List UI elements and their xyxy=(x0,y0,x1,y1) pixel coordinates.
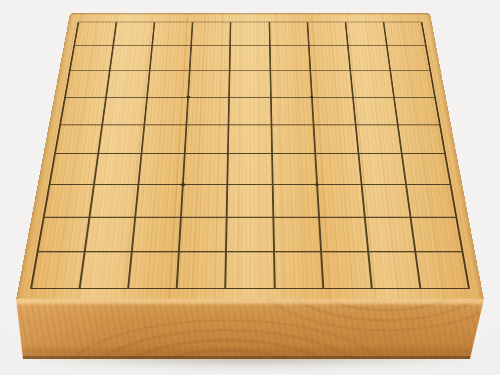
grid-cell xyxy=(102,97,147,125)
grid-cell xyxy=(315,154,361,185)
grid-cell xyxy=(145,97,189,125)
grid-cell xyxy=(317,185,365,218)
grid-cell xyxy=(309,46,351,71)
grid-cell xyxy=(345,22,386,46)
grid-cell xyxy=(226,252,275,289)
grid-cell xyxy=(319,217,368,252)
grid-cell xyxy=(312,97,356,125)
grid-cell xyxy=(228,154,273,185)
grid-cell xyxy=(38,217,90,252)
grid-cell xyxy=(85,217,136,252)
grid-cell xyxy=(230,22,269,46)
grid-cell xyxy=(273,217,321,252)
grid-cell xyxy=(152,22,192,46)
grid-cell xyxy=(147,71,190,97)
grid-cell xyxy=(44,185,94,218)
grid-cell xyxy=(183,154,228,185)
grid-cell xyxy=(398,125,445,154)
grid-cell xyxy=(270,71,312,97)
grid-cell xyxy=(310,71,353,97)
grid-cell xyxy=(390,71,435,97)
grid-cell xyxy=(274,252,323,289)
grid-cell xyxy=(394,97,440,125)
board-top-surface xyxy=(16,13,484,300)
grid-cell xyxy=(269,22,309,46)
grid-cell xyxy=(55,125,102,154)
grid-cell xyxy=(74,22,116,46)
grid-cell xyxy=(387,46,431,71)
grid-cell xyxy=(190,46,231,71)
grid-cell xyxy=(179,217,227,252)
grid-cell xyxy=(272,185,318,218)
grid-cell xyxy=(80,252,132,289)
grid-cell xyxy=(70,46,114,71)
grid-cell xyxy=(60,97,106,125)
grid-cell xyxy=(49,154,98,185)
grid-cell xyxy=(226,217,273,252)
grid-cell xyxy=(272,154,317,185)
grid-cell xyxy=(383,22,425,46)
grid-cell xyxy=(181,185,227,218)
grid-cell xyxy=(350,71,394,97)
star-point xyxy=(186,96,190,98)
grid-cell xyxy=(402,154,451,185)
grid-cell xyxy=(188,71,230,97)
grid-cell xyxy=(353,97,398,125)
grid-cell xyxy=(270,46,311,71)
grid-cell xyxy=(65,71,110,97)
grid-cell xyxy=(150,46,192,71)
grid-cell xyxy=(307,22,347,46)
star-point xyxy=(315,184,319,186)
grid-cell xyxy=(355,125,401,154)
shogi-board xyxy=(0,0,500,375)
grid-cell xyxy=(271,97,314,125)
board-front-face xyxy=(16,299,484,359)
grid-cell xyxy=(142,125,187,154)
grid-cell xyxy=(415,252,469,289)
star-point xyxy=(310,96,314,98)
grid-cell xyxy=(271,125,315,154)
grid-cell xyxy=(229,71,270,97)
grid-cell xyxy=(361,185,410,218)
grid-cell xyxy=(135,185,183,218)
grid-cell xyxy=(228,125,271,154)
grid-cell xyxy=(139,154,185,185)
grid-cell xyxy=(313,125,358,154)
grid-cell xyxy=(406,185,456,218)
grid-cell xyxy=(410,217,462,252)
grid-cell xyxy=(113,22,154,46)
grid-cell xyxy=(187,97,230,125)
grid-cell xyxy=(185,125,229,154)
grid-cell xyxy=(227,185,273,218)
board-grid xyxy=(30,22,470,290)
photo-background xyxy=(0,0,500,375)
grid-cell xyxy=(110,46,153,71)
grid-cell xyxy=(230,46,270,71)
grid-cell xyxy=(348,46,391,71)
grid-cell xyxy=(94,154,142,185)
grid-cell xyxy=(98,125,144,154)
grid-cell xyxy=(368,252,420,289)
star-point xyxy=(181,184,185,186)
grid-cell xyxy=(358,154,406,185)
grid-cell xyxy=(191,22,231,46)
grid-cell xyxy=(132,217,181,252)
grid-cell xyxy=(177,252,226,289)
grid-cell xyxy=(365,217,416,252)
grid-cell xyxy=(321,252,372,289)
grid-cell xyxy=(128,252,179,289)
grid-cell xyxy=(229,97,271,125)
grid-cell xyxy=(106,71,150,97)
grid-cell xyxy=(90,185,139,218)
grid-cell xyxy=(31,252,85,289)
